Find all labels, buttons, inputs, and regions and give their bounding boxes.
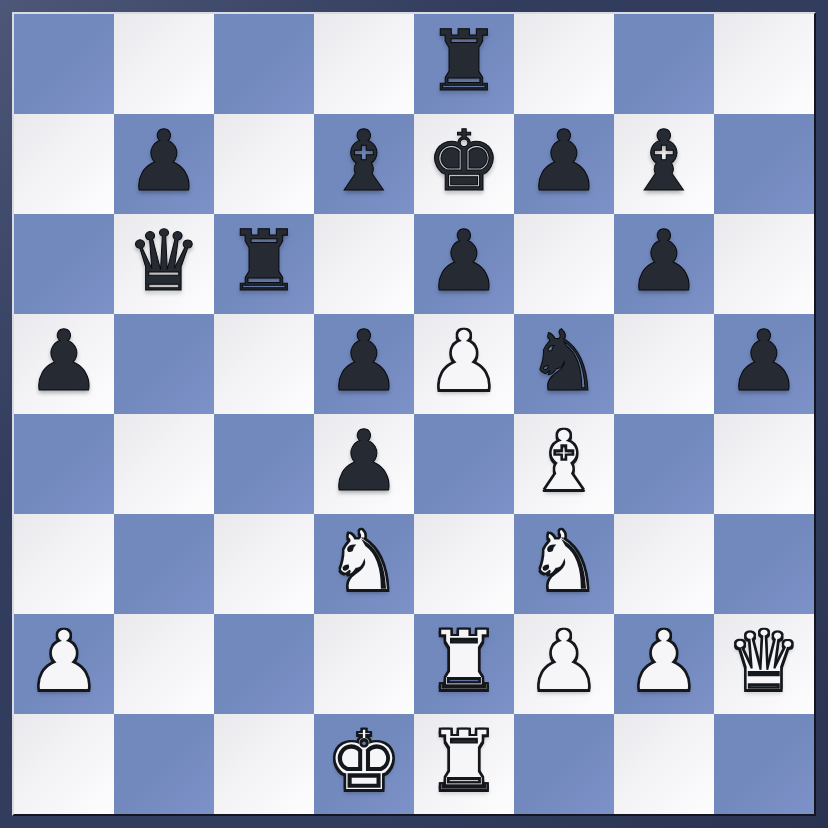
square-d6[interactable] (314, 214, 414, 314)
square-b5[interactable] (114, 314, 214, 414)
square-b1[interactable] (114, 714, 214, 814)
square-f1[interactable] (514, 714, 614, 814)
piece-black-pawn: ♟ (126, 119, 201, 203)
piece-white-bishop: ♝ (526, 419, 601, 503)
square-c6[interactable]: ♜ (214, 214, 314, 314)
board-bevel: ♜♟♝♚♟♝♛♜♟♟♟♟♟♞♟♟♝♞♞♟♜♟♟♛♚♜ (12, 12, 816, 816)
board-frame: ♜♟♝♚♟♝♛♜♟♟♟♟♟♞♟♟♝♞♞♟♜♟♟♛♚♜ (0, 0, 828, 828)
square-b6[interactable]: ♛ (114, 214, 214, 314)
square-d8[interactable] (314, 14, 414, 114)
piece-black-king: ♚ (426, 119, 501, 203)
square-a5[interactable]: ♟ (14, 314, 114, 414)
square-a7[interactable] (14, 114, 114, 214)
square-b4[interactable] (114, 414, 214, 514)
square-b7[interactable]: ♟ (114, 114, 214, 214)
square-e8[interactable]: ♜ (414, 14, 514, 114)
square-f3[interactable]: ♞ (514, 514, 614, 614)
square-h1[interactable] (714, 714, 814, 814)
square-h8[interactable] (714, 14, 814, 114)
square-e2[interactable]: ♜ (414, 614, 514, 714)
piece-white-rook: ♜ (426, 719, 501, 803)
square-d7[interactable]: ♝ (314, 114, 414, 214)
square-a8[interactable] (14, 14, 114, 114)
square-c5[interactable] (214, 314, 314, 414)
square-h5[interactable]: ♟ (714, 314, 814, 414)
piece-white-pawn: ♟ (626, 619, 701, 703)
square-h7[interactable] (714, 114, 814, 214)
piece-black-pawn: ♟ (326, 419, 401, 503)
square-g2[interactable]: ♟ (614, 614, 714, 714)
piece-black-pawn: ♟ (526, 119, 601, 203)
square-a3[interactable] (14, 514, 114, 614)
square-d3[interactable]: ♞ (314, 514, 414, 614)
square-b2[interactable] (114, 614, 214, 714)
piece-black-knight: ♞ (526, 319, 601, 403)
piece-white-queen: ♛ (726, 619, 801, 703)
piece-black-pawn: ♟ (426, 219, 501, 303)
square-e6[interactable]: ♟ (414, 214, 514, 314)
square-c8[interactable] (214, 14, 314, 114)
square-e3[interactable] (414, 514, 514, 614)
square-a1[interactable] (14, 714, 114, 814)
square-f6[interactable] (514, 214, 614, 314)
square-g3[interactable] (614, 514, 714, 614)
square-a2[interactable]: ♟ (14, 614, 114, 714)
square-e1[interactable]: ♜ (414, 714, 514, 814)
piece-white-king: ♚ (326, 719, 401, 803)
square-f7[interactable]: ♟ (514, 114, 614, 214)
square-h3[interactable] (714, 514, 814, 614)
square-g1[interactable] (614, 714, 714, 814)
piece-white-pawn: ♟ (426, 319, 501, 403)
square-f5[interactable]: ♞ (514, 314, 614, 414)
square-h4[interactable] (714, 414, 814, 514)
square-e5[interactable]: ♟ (414, 314, 514, 414)
square-d5[interactable]: ♟ (314, 314, 414, 414)
square-a4[interactable] (14, 414, 114, 514)
piece-black-pawn: ♟ (326, 319, 401, 403)
square-g8[interactable] (614, 14, 714, 114)
square-c3[interactable] (214, 514, 314, 614)
square-c2[interactable] (214, 614, 314, 714)
piece-white-knight: ♞ (326, 519, 401, 603)
square-d4[interactable]: ♟ (314, 414, 414, 514)
square-c4[interactable] (214, 414, 314, 514)
piece-white-rook: ♜ (426, 619, 501, 703)
square-a6[interactable] (14, 214, 114, 314)
square-f2[interactable]: ♟ (514, 614, 614, 714)
piece-black-bishop: ♝ (626, 119, 701, 203)
piece-black-rook: ♜ (226, 219, 301, 303)
piece-black-pawn: ♟ (26, 319, 101, 403)
piece-white-knight: ♞ (526, 519, 601, 603)
square-c7[interactable] (214, 114, 314, 214)
square-f8[interactable] (514, 14, 614, 114)
piece-black-pawn: ♟ (726, 319, 801, 403)
square-d2[interactable] (314, 614, 414, 714)
square-d1[interactable]: ♚ (314, 714, 414, 814)
square-h6[interactable] (714, 214, 814, 314)
piece-white-pawn: ♟ (26, 619, 101, 703)
piece-black-queen: ♛ (126, 219, 201, 303)
square-f4[interactable]: ♝ (514, 414, 614, 514)
square-g6[interactable]: ♟ (614, 214, 714, 314)
square-g7[interactable]: ♝ (614, 114, 714, 214)
piece-black-pawn: ♟ (626, 219, 701, 303)
piece-white-pawn: ♟ (526, 619, 601, 703)
chess-board: ♜♟♝♚♟♝♛♜♟♟♟♟♟♞♟♟♝♞♞♟♜♟♟♛♚♜ (14, 14, 814, 814)
piece-black-rook: ♜ (426, 19, 501, 103)
square-b3[interactable] (114, 514, 214, 614)
piece-black-bishop: ♝ (326, 119, 401, 203)
square-e7[interactable]: ♚ (414, 114, 514, 214)
square-c1[interactable] (214, 714, 314, 814)
square-g5[interactable] (614, 314, 714, 414)
square-h2[interactable]: ♛ (714, 614, 814, 714)
square-b8[interactable] (114, 14, 214, 114)
square-g4[interactable] (614, 414, 714, 514)
square-e4[interactable] (414, 414, 514, 514)
